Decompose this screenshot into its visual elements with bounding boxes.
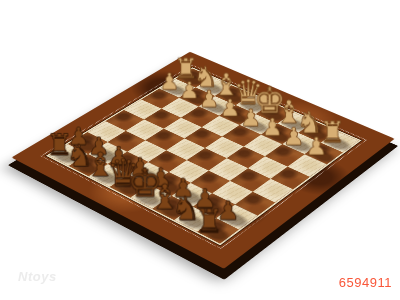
white-pawn: ♟: [302, 134, 330, 158]
board-frame: ♜♞♝♛♚♝♞♜♟♟♟♟♟♟♟♟♟♟♟♟♟♟♟♟♜♞♝♛♚♝♞♜: [11, 52, 394, 269]
chessboard-3d-scene: ♜♞♝♛♚♝♞♜♟♟♟♟♟♟♟♟♟♟♟♟♟♟♟♟♜♞♝♛♚♝♞♜: [11, 52, 394, 269]
watermark: Ntoys: [18, 269, 57, 284]
square-d5: [166, 138, 205, 160]
product-number: 6594911: [339, 275, 392, 290]
black-rook: ♜: [194, 205, 224, 237]
chess-board: ♜♞♝♛♚♝♞♜♟♟♟♟♟♟♟♟♟♟♟♟♟♟♟♟♜♞♝♛♚♝♞♜: [11, 52, 394, 269]
product-photo: ♜♞♝♛♚♝♞♜♟♟♟♟♟♟♟♟♟♟♟♟♟♟♟♟♜♞♝♛♚♝♞♜ Ntoys 6…: [0, 0, 400, 300]
board-grid: ♜♞♝♛♚♝♞♜♟♟♟♟♟♟♟♟♟♟♟♟♟♟♟♟♜♞♝♛♚♝♞♜: [49, 69, 359, 244]
